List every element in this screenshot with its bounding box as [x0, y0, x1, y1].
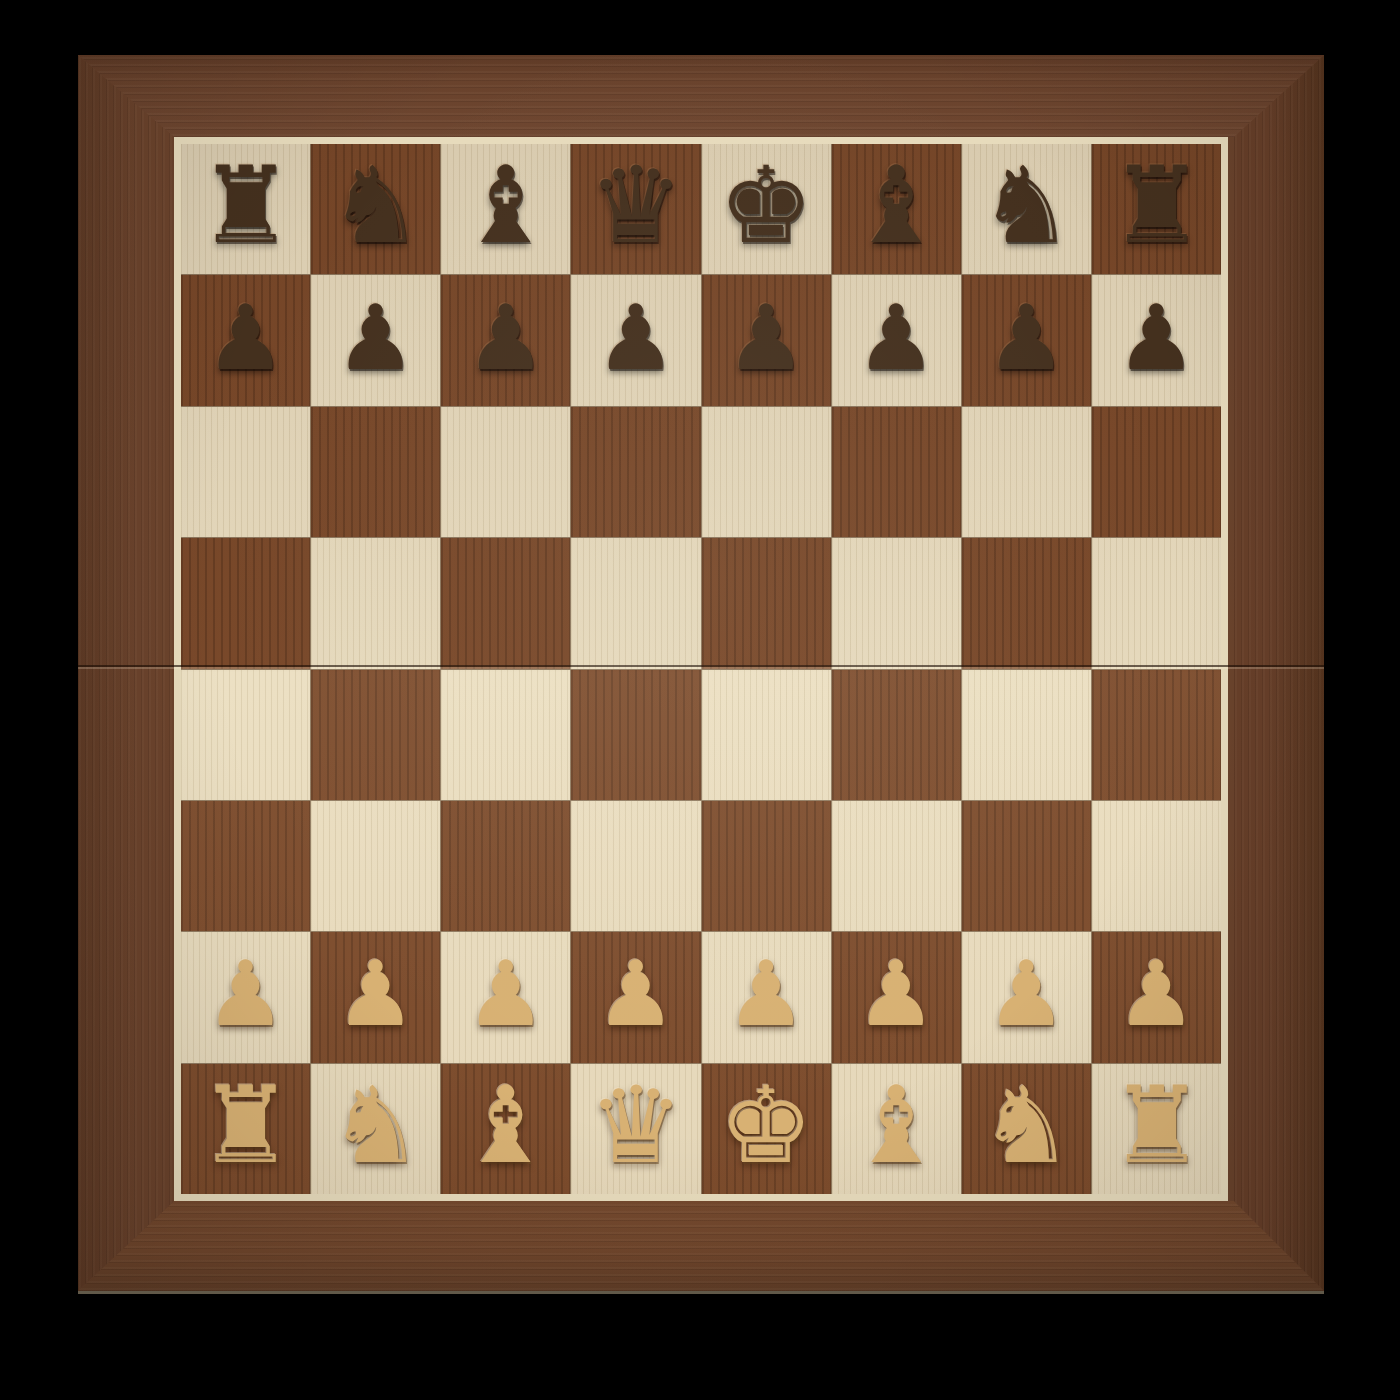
square-e1: ♚ [702, 1064, 831, 1194]
piece-black-pawn: ♟ [986, 293, 1067, 383]
square-d6 [571, 407, 700, 537]
square-a8: ♜ [181, 144, 310, 274]
square-g1: ♞ [962, 1064, 1091, 1194]
piece-black-pawn: ♟ [1116, 293, 1197, 383]
piece-white-pawn: ♟ [335, 949, 416, 1039]
piece-black-queen: ♛ [588, 153, 683, 259]
piece-black-knight: ♞ [328, 153, 423, 259]
piece-black-rook: ♜ [198, 153, 293, 259]
piece-white-rook: ♜ [198, 1073, 293, 1179]
square-g6 [962, 407, 1091, 537]
piece-black-king: ♚ [719, 153, 814, 259]
square-g2: ♟ [962, 932, 1091, 1062]
piece-white-knight: ♞ [979, 1073, 1074, 1179]
square-c1: ♝ [441, 1064, 570, 1194]
square-d1: ♛ [571, 1064, 700, 1194]
square-g7: ♟ [962, 275, 1091, 405]
square-f7: ♟ [832, 275, 961, 405]
piece-white-pawn: ♟ [596, 949, 677, 1039]
square-c7: ♟ [441, 275, 570, 405]
board-frame-left [78, 55, 174, 1291]
square-b5 [311, 538, 440, 668]
board-grid: ♜♞♝♛♚♝♞♜♟♟♟♟♟♟♟♟♟♟♟♟♟♟♟♟♜♞♝♛♚♝♞♜ [181, 144, 1221, 1194]
board-frame-right [1234, 55, 1324, 1291]
square-d5 [571, 538, 700, 668]
square-a2: ♟ [181, 932, 310, 1062]
square-g5 [962, 538, 1091, 668]
square-h7: ♟ [1092, 275, 1221, 405]
square-b1: ♞ [311, 1064, 440, 1194]
square-f2: ♟ [832, 932, 961, 1062]
square-g4 [962, 670, 1091, 800]
piece-white-rook: ♜ [1109, 1073, 1204, 1179]
square-c5 [441, 538, 570, 668]
square-a3 [181, 801, 310, 931]
square-a5 [181, 538, 310, 668]
square-e4 [702, 670, 831, 800]
square-c3 [441, 801, 570, 931]
square-f1: ♝ [832, 1064, 961, 1194]
chess-board: ♜♞♝♛♚♝♞♜♟♟♟♟♟♟♟♟♟♟♟♟♟♟♟♟♜♞♝♛♚♝♞♜ [78, 55, 1324, 1291]
piece-white-pawn: ♟ [856, 949, 937, 1039]
square-c8: ♝ [441, 144, 570, 274]
square-h1: ♜ [1092, 1064, 1221, 1194]
square-d7: ♟ [571, 275, 700, 405]
square-g8: ♞ [962, 144, 1091, 274]
piece-black-rook: ♜ [1109, 153, 1204, 259]
piece-black-bishop: ♝ [849, 153, 944, 259]
square-h3 [1092, 801, 1221, 931]
piece-black-pawn: ♟ [335, 293, 416, 383]
square-a4 [181, 670, 310, 800]
square-e8: ♚ [702, 144, 831, 274]
square-f4 [832, 670, 961, 800]
piece-black-pawn: ♟ [596, 293, 677, 383]
piece-white-knight: ♞ [328, 1073, 423, 1179]
piece-white-pawn: ♟ [1116, 949, 1197, 1039]
square-b8: ♞ [311, 144, 440, 274]
piece-white-pawn: ♟ [205, 949, 286, 1039]
square-f8: ♝ [832, 144, 961, 274]
square-b4 [311, 670, 440, 800]
piece-black-pawn: ♟ [205, 293, 286, 383]
square-d2: ♟ [571, 932, 700, 1062]
square-h4 [1092, 670, 1221, 800]
square-h5 [1092, 538, 1221, 668]
square-d3 [571, 801, 700, 931]
piece-black-knight: ♞ [979, 153, 1074, 259]
square-h2: ♟ [1092, 932, 1221, 1062]
square-e5 [702, 538, 831, 668]
board-playing-area: ♜♞♝♛♚♝♞♜♟♟♟♟♟♟♟♟♟♟♟♟♟♟♟♟♜♞♝♛♚♝♞♜ [174, 137, 1228, 1201]
square-c2: ♟ [441, 932, 570, 1062]
square-b3 [311, 801, 440, 931]
piece-white-bishop: ♝ [458, 1073, 553, 1179]
piece-black-pawn: ♟ [465, 293, 546, 383]
square-a1: ♜ [181, 1064, 310, 1194]
square-f5 [832, 538, 961, 668]
piece-white-bishop: ♝ [849, 1073, 944, 1179]
square-e3 [702, 801, 831, 931]
square-f3 [832, 801, 961, 931]
square-b2: ♟ [311, 932, 440, 1062]
square-c4 [441, 670, 570, 800]
square-b6 [311, 407, 440, 537]
piece-black-pawn: ♟ [856, 293, 937, 383]
square-h8: ♜ [1092, 144, 1221, 274]
square-c6 [441, 407, 570, 537]
square-f6 [832, 407, 961, 537]
piece-white-queen: ♛ [588, 1073, 683, 1179]
piece-black-pawn: ♟ [726, 293, 807, 383]
piece-black-bishop: ♝ [458, 153, 553, 259]
square-a7: ♟ [181, 275, 310, 405]
piece-white-pawn: ♟ [465, 949, 546, 1039]
piece-white-king: ♚ [719, 1073, 814, 1179]
piece-white-pawn: ♟ [726, 949, 807, 1039]
square-d4 [571, 670, 700, 800]
square-h6 [1092, 407, 1221, 537]
board-frame-top [78, 55, 1324, 137]
square-g3 [962, 801, 1091, 931]
photo-background: ♜♞♝♛♚♝♞♜♟♟♟♟♟♟♟♟♟♟♟♟♟♟♟♟♜♞♝♛♚♝♞♜ [0, 0, 1400, 1400]
square-d8: ♛ [571, 144, 700, 274]
square-b7: ♟ [311, 275, 440, 405]
square-e6 [702, 407, 831, 537]
square-a6 [181, 407, 310, 537]
square-e7: ♟ [702, 275, 831, 405]
board-frame-bottom [78, 1201, 1324, 1291]
piece-white-pawn: ♟ [986, 949, 1067, 1039]
square-e2: ♟ [702, 932, 831, 1062]
